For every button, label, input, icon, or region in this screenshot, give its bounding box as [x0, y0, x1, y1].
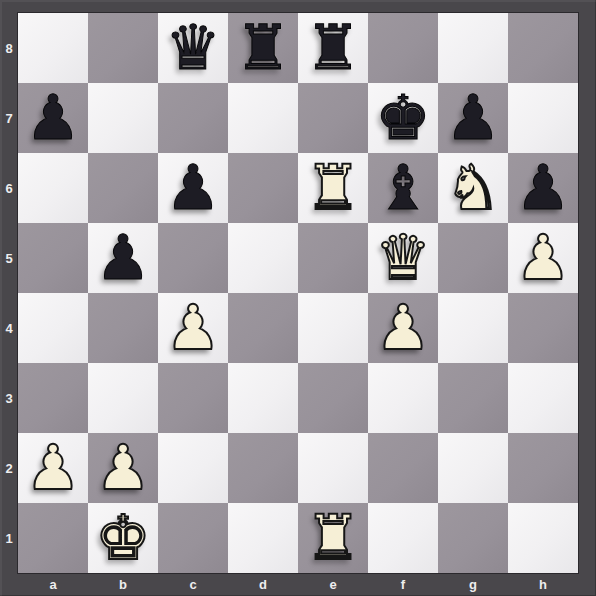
- square-e7[interactable]: [298, 83, 368, 153]
- square-d4[interactable]: [228, 293, 298, 363]
- square-e6[interactable]: ♜: [298, 153, 368, 223]
- rank-label-4: 4: [0, 293, 18, 363]
- square-c6[interactable]: ♟: [158, 153, 228, 223]
- square-d6[interactable]: [228, 153, 298, 223]
- piece-black-pawn[interactable]: ♟: [25, 83, 81, 153]
- square-h3[interactable]: [508, 363, 578, 433]
- piece-white-pawn[interactable]: ♟: [25, 433, 81, 503]
- square-g3[interactable]: [438, 363, 508, 433]
- square-e1[interactable]: ♜: [298, 503, 368, 573]
- square-a8[interactable]: [18, 13, 88, 83]
- square-c1[interactable]: [158, 503, 228, 573]
- square-d1[interactable]: [228, 503, 298, 573]
- square-d5[interactable]: [228, 223, 298, 293]
- square-e4[interactable]: [298, 293, 368, 363]
- square-b3[interactable]: [88, 363, 158, 433]
- piece-black-rook[interactable]: ♜: [305, 13, 361, 83]
- square-g8[interactable]: [438, 13, 508, 83]
- square-h4[interactable]: [508, 293, 578, 363]
- square-a2[interactable]: ♟: [18, 433, 88, 503]
- square-c4[interactable]: ♟: [158, 293, 228, 363]
- square-a3[interactable]: [18, 363, 88, 433]
- square-h5[interactable]: ♟: [508, 223, 578, 293]
- square-a5[interactable]: [18, 223, 88, 293]
- square-b6[interactable]: [88, 153, 158, 223]
- rank-label-6: 6: [0, 153, 18, 223]
- file-labels: abcdefgh: [18, 573, 578, 596]
- piece-white-rook[interactable]: ♜: [305, 503, 361, 573]
- square-a7[interactable]: ♟: [18, 83, 88, 153]
- square-c3[interactable]: [158, 363, 228, 433]
- square-a6[interactable]: [18, 153, 88, 223]
- rank-label-3: 3: [0, 363, 18, 433]
- piece-white-pawn[interactable]: ♟: [375, 293, 431, 363]
- square-f7[interactable]: ♚: [368, 83, 438, 153]
- square-f8[interactable]: [368, 13, 438, 83]
- piece-black-pawn[interactable]: ♟: [445, 83, 501, 153]
- piece-black-pawn[interactable]: ♟: [165, 153, 221, 223]
- rank-label-2: 2: [0, 433, 18, 503]
- file-label-c: c: [158, 573, 228, 596]
- piece-white-pawn[interactable]: ♟: [165, 293, 221, 363]
- piece-white-rook[interactable]: ♜: [305, 153, 361, 223]
- file-label-b: b: [88, 573, 158, 596]
- square-e8[interactable]: ♜: [298, 13, 368, 83]
- square-b4[interactable]: [88, 293, 158, 363]
- square-d3[interactable]: [228, 363, 298, 433]
- file-label-a: a: [18, 573, 88, 596]
- square-e2[interactable]: [298, 433, 368, 503]
- square-d2[interactable]: [228, 433, 298, 503]
- square-d8[interactable]: ♜: [228, 13, 298, 83]
- square-c5[interactable]: [158, 223, 228, 293]
- piece-black-pawn[interactable]: ♟: [515, 153, 571, 223]
- file-label-d: d: [228, 573, 298, 596]
- square-c8[interactable]: ♛: [158, 13, 228, 83]
- piece-black-king[interactable]: ♚: [375, 83, 431, 153]
- chess-board: ♛♜♜♟♚♟♟♜♝♞♟♟♛♟♟♟♟♟♚♜: [18, 13, 578, 573]
- square-g6[interactable]: ♞: [438, 153, 508, 223]
- square-h1[interactable]: [508, 503, 578, 573]
- piece-white-knight[interactable]: ♞: [445, 153, 501, 223]
- square-a1[interactable]: [18, 503, 88, 573]
- square-b5[interactable]: ♟: [88, 223, 158, 293]
- rank-label-8: 8: [0, 13, 18, 83]
- square-g2[interactable]: [438, 433, 508, 503]
- square-f2[interactable]: [368, 433, 438, 503]
- square-h7[interactable]: [508, 83, 578, 153]
- file-label-e: e: [298, 573, 368, 596]
- piece-white-pawn[interactable]: ♟: [515, 223, 571, 293]
- square-a4[interactable]: [18, 293, 88, 363]
- file-label-h: h: [508, 573, 578, 596]
- square-f6[interactable]: ♝: [368, 153, 438, 223]
- square-e3[interactable]: [298, 363, 368, 433]
- square-b2[interactable]: ♟: [88, 433, 158, 503]
- rank-label-7: 7: [0, 83, 18, 153]
- square-g1[interactable]: [438, 503, 508, 573]
- rank-label-1: 1: [0, 503, 18, 573]
- square-h6[interactable]: ♟: [508, 153, 578, 223]
- piece-black-rook[interactable]: ♜: [235, 13, 291, 83]
- square-b1[interactable]: ♚: [88, 503, 158, 573]
- piece-black-bishop[interactable]: ♝: [375, 153, 431, 223]
- square-g7[interactable]: ♟: [438, 83, 508, 153]
- square-f5[interactable]: ♛: [368, 223, 438, 293]
- square-b8[interactable]: [88, 13, 158, 83]
- square-h8[interactable]: [508, 13, 578, 83]
- rank-labels: 87654321: [0, 13, 18, 573]
- square-f3[interactable]: [368, 363, 438, 433]
- file-label-f: f: [368, 573, 438, 596]
- square-f1[interactable]: [368, 503, 438, 573]
- piece-black-queen[interactable]: ♛: [165, 13, 221, 83]
- square-g5[interactable]: [438, 223, 508, 293]
- file-label-g: g: [438, 573, 508, 596]
- square-c2[interactable]: [158, 433, 228, 503]
- square-b7[interactable]: [88, 83, 158, 153]
- square-c7[interactable]: [158, 83, 228, 153]
- piece-black-pawn[interactable]: ♟: [95, 223, 151, 293]
- square-h2[interactable]: [508, 433, 578, 503]
- piece-white-pawn[interactable]: ♟: [95, 433, 151, 503]
- square-f4[interactable]: ♟: [368, 293, 438, 363]
- square-g4[interactable]: [438, 293, 508, 363]
- piece-white-queen[interactable]: ♛: [375, 223, 431, 293]
- square-d7[interactable]: [228, 83, 298, 153]
- piece-white-king[interactable]: ♚: [95, 503, 151, 573]
- chess-board-frame: 87654321 ♛♜♜♟♚♟♟♜♝♞♟♟♛♟♟♟♟♟♚♜ abcdefgh: [0, 0, 596, 596]
- square-e5[interactable]: [298, 223, 368, 293]
- rank-label-5: 5: [0, 223, 18, 293]
